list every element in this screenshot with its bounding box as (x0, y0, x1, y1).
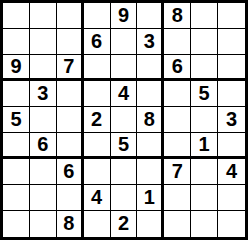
cell-r6c2: 6 (30, 133, 57, 159)
cell-r5c3[interactable] (57, 107, 84, 133)
cell-r9c8[interactable] (191, 211, 218, 237)
given-digit: 9 (10, 56, 21, 76)
cell-r1c1[interactable] (3, 3, 30, 29)
given-digit: 8 (144, 109, 155, 129)
cell-r9c3: 8 (57, 211, 84, 237)
cell-r8c5[interactable] (111, 185, 138, 211)
cell-r7c9: 4 (218, 159, 245, 185)
cell-r4c6[interactable] (137, 81, 164, 107)
cell-r7c6[interactable] (137, 159, 164, 185)
given-digit: 8 (63, 213, 74, 233)
cell-r7c1[interactable] (3, 159, 30, 185)
cell-r1c7: 8 (164, 3, 191, 29)
given-digit: 4 (118, 83, 129, 103)
cell-r9c6[interactable] (137, 211, 164, 237)
cell-r3c1: 9 (3, 55, 30, 81)
cell-r6c9[interactable] (218, 133, 245, 159)
given-digit: 5 (199, 83, 210, 103)
cell-r8c8[interactable] (191, 185, 218, 211)
given-digit: 1 (144, 187, 155, 207)
sudoku-page: 986397634552836516744182 (0, 0, 248, 240)
cell-r4c4[interactable] (84, 81, 111, 107)
cell-r9c4[interactable] (84, 211, 111, 237)
cell-r3c3: 7 (57, 55, 84, 81)
cell-r4c3[interactable] (57, 81, 84, 107)
given-digit: 4 (91, 187, 102, 207)
cell-r2c7[interactable] (164, 29, 191, 55)
sudoku-board: 986397634552836516744182 (0, 0, 248, 240)
cell-r4c7[interactable] (164, 81, 191, 107)
cell-r6c1[interactable] (3, 133, 30, 159)
given-digit: 3 (37, 83, 48, 103)
cell-r7c3: 6 (57, 159, 84, 185)
cell-r9c7[interactable] (164, 211, 191, 237)
cell-r2c9[interactable] (218, 29, 245, 55)
given-digit: 8 (172, 5, 183, 25)
cell-r9c5: 2 (111, 211, 138, 237)
given-digit: 5 (118, 134, 129, 154)
cell-r6c4[interactable] (84, 133, 111, 159)
cell-r3c8[interactable] (191, 55, 218, 81)
cell-r5c4: 2 (84, 107, 111, 133)
cell-r5c9: 3 (218, 107, 245, 133)
given-digit: 4 (226, 161, 237, 181)
cell-r1c9[interactable] (218, 3, 245, 29)
given-digit: 6 (172, 56, 183, 76)
cell-r5c6: 8 (137, 107, 164, 133)
cell-r5c1: 5 (3, 107, 30, 133)
cell-r4c9[interactable] (218, 81, 245, 107)
cell-r8c9[interactable] (218, 185, 245, 211)
cell-r8c2[interactable] (30, 185, 57, 211)
cell-r9c1[interactable] (3, 211, 30, 237)
cell-r3c6[interactable] (137, 55, 164, 81)
cell-r8c7[interactable] (164, 185, 191, 211)
cell-r7c4[interactable] (84, 159, 111, 185)
cell-r8c1[interactable] (3, 185, 30, 211)
cell-r5c5[interactable] (111, 107, 138, 133)
cell-r7c2[interactable] (30, 159, 57, 185)
cell-r8c4: 4 (84, 185, 111, 211)
cell-r1c3[interactable] (57, 3, 84, 29)
cell-r6c8: 1 (191, 133, 218, 159)
cell-r1c2[interactable] (30, 3, 57, 29)
given-digit: 3 (226, 109, 237, 129)
cell-r7c7: 7 (164, 159, 191, 185)
given-digit: 9 (118, 5, 129, 25)
cell-r5c8[interactable] (191, 107, 218, 133)
given-digit: 6 (63, 161, 74, 181)
cell-r2c5[interactable] (111, 29, 138, 55)
cell-r3c9[interactable] (218, 55, 245, 81)
cell-r8c6: 1 (137, 185, 164, 211)
cell-r9c9[interactable] (218, 211, 245, 237)
cell-r5c7[interactable] (164, 107, 191, 133)
cell-r1c6[interactable] (137, 3, 164, 29)
given-digit: 2 (91, 109, 102, 129)
cell-r2c4: 6 (84, 29, 111, 55)
cell-r2c1[interactable] (3, 29, 30, 55)
given-digit: 7 (63, 56, 74, 76)
given-digit: 3 (144, 31, 155, 51)
cell-r1c5: 9 (111, 3, 138, 29)
cell-r7c5[interactable] (111, 159, 138, 185)
given-digit: 1 (199, 134, 210, 154)
given-digit: 5 (10, 109, 21, 129)
cell-r4c1[interactable] (3, 81, 30, 107)
cell-r8c3[interactable] (57, 185, 84, 211)
cell-r5c2[interactable] (30, 107, 57, 133)
cell-r9c2[interactable] (30, 211, 57, 237)
cell-r3c2[interactable] (30, 55, 57, 81)
cell-r7c8[interactable] (191, 159, 218, 185)
cell-r3c4[interactable] (84, 55, 111, 81)
cell-r4c2: 3 (30, 81, 57, 107)
cell-r3c5[interactable] (111, 55, 138, 81)
cell-r2c3[interactable] (57, 29, 84, 55)
cell-r4c5: 4 (111, 81, 138, 107)
cell-r2c2[interactable] (30, 29, 57, 55)
cell-r6c5: 5 (111, 133, 138, 159)
cell-r1c4[interactable] (84, 3, 111, 29)
cell-r6c7[interactable] (164, 133, 191, 159)
given-digit: 6 (37, 134, 48, 154)
cell-r3c7: 6 (164, 55, 191, 81)
given-digit: 7 (172, 161, 183, 181)
cell-r4c8: 5 (191, 81, 218, 107)
cell-r2c8[interactable] (191, 29, 218, 55)
cell-r1c8[interactable] (191, 3, 218, 29)
cell-r2c6: 3 (137, 29, 164, 55)
cell-r6c6[interactable] (137, 133, 164, 159)
given-digit: 6 (91, 31, 102, 51)
given-digit: 2 (118, 213, 129, 233)
cell-r6c3[interactable] (57, 133, 84, 159)
